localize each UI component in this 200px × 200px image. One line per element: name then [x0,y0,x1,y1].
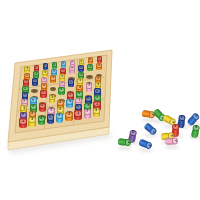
peg-green[interactable]: 4 [87,64,93,71]
peg-top: 4 [58,87,65,93]
peg-orange[interactable]: 2 [65,112,73,122]
peg-number: 3 [80,60,82,63]
peg-number: 4 [25,87,27,90]
peg-top: 3 [24,66,30,71]
peg-top: 4 [84,103,91,109]
pegs-layer: 3164573212435176421672344276326142737531… [0,0,200,200]
peg-number: 4 [53,63,55,66]
peg-number: 3 [59,108,61,111]
empty-hole[interactable] [50,87,57,91]
peg-number: 2 [26,74,28,77]
peg-top: 7 [172,137,178,144]
peg-number: 4 [40,117,42,120]
peg-number: 3 [171,120,175,124]
peg-yellow[interactable]: 3 [93,108,101,118]
peg-top: 6 [178,114,186,121]
peg-red[interactable]: 1 [40,90,47,98]
peg-number: 1 [175,125,177,128]
peg-red[interactable]: 1 [39,103,46,112]
peg-top: 3 [42,70,48,75]
peg-green[interactable]: 4 [58,87,65,95]
peg-top: 1 [39,103,46,109]
peg-number: 7 [78,99,80,102]
peg-top: 4 [22,86,28,92]
peg-number: 7 [61,82,63,85]
peg-number: 3 [169,134,173,137]
peg-top: 6 [85,96,92,102]
peg-top: 4 [94,95,101,101]
peg-yellow[interactable]: 3 [28,117,36,127]
peg-orange[interactable]: 2 [50,75,56,83]
peg-number: 3 [97,83,99,86]
peg-yellow[interactable]: 3 [49,95,56,104]
peg-number: 4 [87,104,89,107]
peg-number: 3 [95,109,97,112]
peg-top: 1 [60,68,66,73]
peg-number: 1 [25,80,27,83]
peg-top: 2 [29,111,36,117]
peg-top: 3 [77,78,83,84]
peg-number: 6 [49,116,51,119]
peg-darkblue[interactable]: 6 [68,79,74,87]
peg-number: 1 [96,103,98,106]
peg-number: 8 [132,131,135,135]
product-photo-scene: 3164573212435176421672344276326142737531… [0,0,200,200]
peg-number: 2 [68,113,70,116]
peg-number: 8 [22,113,24,116]
peg-number: 3 [79,79,81,82]
peg-number: 2 [31,112,33,115]
peg-top: 1 [34,65,40,70]
peg-number: 7 [71,61,73,64]
peg-number: 4 [126,141,130,144]
peg-number: 3 [51,96,53,99]
peg-number: 4 [195,126,198,130]
peg-number: 1 [22,120,24,123]
peg-pink[interactable]: 7 [69,66,75,73]
peg-top: 4 [30,104,37,110]
peg-number: 4 [89,65,91,68]
peg-number: 5 [58,114,60,117]
peg-number: 6 [80,66,82,69]
peg-number: 1 [98,57,100,60]
peg-number: 3 [61,75,63,78]
peg-pink[interactable]: 7 [84,109,92,119]
peg-number: 6 [34,79,36,82]
peg-number: 3 [31,118,33,121]
peg-top: 2 [24,73,30,78]
peg-lightblue[interactable]: 5 [56,113,64,123]
peg-darkblue[interactable]: 6 [47,114,55,124]
peg-number: 5 [53,70,55,73]
peg-top: 4 [125,138,132,146]
peg-number: 4 [35,72,37,75]
peg-number: 1 [69,94,71,97]
peg-lightblue[interactable]: 5 [66,99,73,108]
peg-top: 2 [41,83,47,89]
peg-top: 7 [86,83,93,89]
peg-number: 1 [41,104,43,107]
peg-top: 7 [59,81,65,87]
peg-top: 1 [19,118,27,124]
peg-number: 7 [71,67,73,70]
peg-number: 6 [181,116,184,120]
peg-darkblue[interactable]: 6 [32,78,38,86]
peg-top: 4 [76,91,83,97]
peg-number: 7 [88,85,90,88]
peg-orange[interactable]: 2 [96,63,102,70]
peg-top: 2 [96,63,102,68]
peg-top: 1 [74,110,82,116]
peg-number: 5 [194,115,198,119]
peg-number: 4 [80,73,82,76]
peg-top: 4 [38,116,46,122]
peg-number: 2 [60,101,62,104]
peg-top: 7 [47,108,54,114]
peg-number: 3 [23,107,25,110]
peg-top: 3 [79,59,85,64]
peg-number: 6 [87,98,89,101]
peg-number: 2 [52,77,54,80]
peg-number: 3 [44,71,46,74]
peg-number: 6 [77,105,79,108]
peg-number: 4 [32,105,34,108]
peg-pink[interactable]: 7 [86,83,93,91]
peg-number: 5 [32,99,34,102]
peg-number: 7 [86,110,88,113]
peg-top: 1 [40,90,47,96]
peg-top: 3 [57,107,64,113]
peg-top: 4 [87,64,93,69]
peg-number: 1 [35,66,37,69]
peg-number: 5 [69,100,71,103]
peg-number: 4 [78,92,80,95]
peg-number: 6 [44,65,46,68]
peg-top: 7 [70,60,76,65]
peg-number: 3 [26,67,28,70]
peg-top: 6 [22,92,29,98]
peg-red[interactable]: 1 [74,110,82,120]
peg-top: 2 [76,85,83,91]
peg-top: 5 [51,69,57,74]
peg-number: 5 [151,129,155,133]
peg-top: 8 [130,129,138,136]
peg-number: 4 [96,96,98,99]
loose-peg-pink[interactable]: 7 [166,137,179,145]
peg-top: 8 [20,112,27,118]
peg-number: 2 [97,77,99,80]
peg-number: 2 [79,86,81,89]
peg-number: 5 [62,62,64,65]
peg-number: 1 [62,69,64,72]
peg-top: 1 [93,101,100,107]
peg-number: 7 [43,78,45,81]
peg-number: 6 [96,90,98,93]
loose-peg-shadow [165,145,179,149]
peg-top: 2 [65,112,73,118]
loose-peg-shadow [118,146,132,150]
peg-top: 6 [68,79,74,85]
peg-top: 5 [66,99,73,105]
peg-red[interactable]: 1 [19,118,27,128]
peg-top: 5 [61,61,67,66]
peg-number: 6 [70,81,72,84]
peg-number: 7 [50,109,52,112]
peg-number: 1 [42,91,44,94]
peg-top: 6 [47,114,55,120]
peg-number: 5 [147,143,151,146]
peg-number: 4 [60,88,62,91]
peg-top: 7 [41,77,47,82]
peg-number: 7 [23,100,25,103]
peg-green[interactable]: 4 [38,116,46,126]
peg-top: 4 [78,72,84,77]
peg-top: 4 [33,71,39,76]
peg-top: 1 [67,92,74,98]
peg-number: 2 [98,64,100,67]
peg-number: 1 [77,112,79,115]
peg-number: 2 [89,58,91,61]
loose-peg-green[interactable]: 4 [118,138,131,146]
peg-number: 2 [43,84,45,87]
empty-hole[interactable] [86,75,92,79]
empty-hole[interactable] [31,89,38,93]
peg-top: 6 [78,65,84,70]
peg-top: 2 [50,75,56,80]
peg-number: 7 [174,140,177,142]
peg-number: 6 [24,94,26,97]
